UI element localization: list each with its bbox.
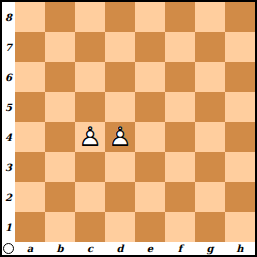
square-c4[interactable]: ♟♙ — [75, 122, 105, 152]
square-a3[interactable] — [15, 152, 45, 182]
rank-labels: 87654321 — [2, 2, 15, 242]
square-d2[interactable] — [105, 182, 135, 212]
file-label-f: f — [165, 242, 195, 255]
square-b2[interactable] — [45, 182, 75, 212]
square-h7[interactable] — [225, 32, 255, 62]
square-a6[interactable] — [15, 62, 45, 92]
square-g8[interactable] — [195, 2, 225, 32]
square-f7[interactable] — [165, 32, 195, 62]
rank-label-6: 6 — [2, 62, 15, 92]
square-b6[interactable] — [45, 62, 75, 92]
square-d5[interactable] — [105, 92, 135, 122]
square-f2[interactable] — [165, 182, 195, 212]
square-d1[interactable] — [105, 212, 135, 242]
board[interactable]: ♟♙♟♙ — [15, 2, 255, 242]
white-pawn[interactable]: ♟♙ — [106, 123, 134, 151]
square-f3[interactable] — [165, 152, 195, 182]
square-f1[interactable] — [165, 212, 195, 242]
white-pawn-outline: ♙ — [106, 123, 134, 151]
square-b5[interactable] — [45, 92, 75, 122]
square-e4[interactable] — [135, 122, 165, 152]
file-label-a: a — [15, 242, 45, 255]
square-c1[interactable] — [75, 212, 105, 242]
square-b7[interactable] — [45, 32, 75, 62]
square-e5[interactable] — [135, 92, 165, 122]
file-label-b: b — [45, 242, 75, 255]
square-f8[interactable] — [165, 2, 195, 32]
rank-label-2: 2 — [2, 182, 15, 212]
square-d7[interactable] — [105, 32, 135, 62]
square-h3[interactable] — [225, 152, 255, 182]
file-label-e: e — [135, 242, 165, 255]
square-f4[interactable] — [165, 122, 195, 152]
square-d4[interactable]: ♟♙ — [105, 122, 135, 152]
rank-label-8: 8 — [2, 2, 15, 32]
file-labels: abcdefgh — [15, 242, 255, 255]
square-h5[interactable] — [225, 92, 255, 122]
chess-diagram: 87654321 ♟♙♟♙ abcdefgh — [0, 0, 257, 257]
square-b4[interactable] — [45, 122, 75, 152]
square-d6[interactable] — [105, 62, 135, 92]
white-to-move-indicator-icon — [3, 243, 14, 254]
rank-label-1: 1 — [2, 212, 15, 242]
square-e7[interactable] — [135, 32, 165, 62]
square-g4[interactable] — [195, 122, 225, 152]
white-pawn[interactable]: ♟♙ — [76, 123, 104, 151]
square-c6[interactable] — [75, 62, 105, 92]
square-a4[interactable] — [15, 122, 45, 152]
square-g2[interactable] — [195, 182, 225, 212]
file-label-c: c — [75, 242, 105, 255]
square-c7[interactable] — [75, 32, 105, 62]
square-h1[interactable] — [225, 212, 255, 242]
square-g6[interactable] — [195, 62, 225, 92]
square-c3[interactable] — [75, 152, 105, 182]
square-b3[interactable] — [45, 152, 75, 182]
square-e8[interactable] — [135, 2, 165, 32]
square-g1[interactable] — [195, 212, 225, 242]
square-f5[interactable] — [165, 92, 195, 122]
square-e3[interactable] — [135, 152, 165, 182]
file-label-g: g — [195, 242, 225, 255]
square-c8[interactable] — [75, 2, 105, 32]
rank-label-3: 3 — [2, 152, 15, 182]
square-e1[interactable] — [135, 212, 165, 242]
rank-label-5: 5 — [2, 92, 15, 122]
square-a5[interactable] — [15, 92, 45, 122]
square-a8[interactable] — [15, 2, 45, 32]
square-a1[interactable] — [15, 212, 45, 242]
square-a7[interactable] — [15, 32, 45, 62]
rank-label-7: 7 — [2, 32, 15, 62]
square-g5[interactable] — [195, 92, 225, 122]
square-b1[interactable] — [45, 212, 75, 242]
white-pawn-outline: ♙ — [76, 123, 104, 151]
square-h4[interactable] — [225, 122, 255, 152]
file-label-d: d — [105, 242, 135, 255]
square-c5[interactable] — [75, 92, 105, 122]
square-a2[interactable] — [15, 182, 45, 212]
square-g7[interactable] — [195, 32, 225, 62]
square-f6[interactable] — [165, 62, 195, 92]
square-h6[interactable] — [225, 62, 255, 92]
square-b8[interactable] — [45, 2, 75, 32]
square-h2[interactable] — [225, 182, 255, 212]
square-h8[interactable] — [225, 2, 255, 32]
square-g3[interactable] — [195, 152, 225, 182]
square-d3[interactable] — [105, 152, 135, 182]
rank-label-4: 4 — [2, 122, 15, 152]
square-e2[interactable] — [135, 182, 165, 212]
file-label-h: h — [225, 242, 255, 255]
square-c2[interactable] — [75, 182, 105, 212]
square-d8[interactable] — [105, 2, 135, 32]
square-e6[interactable] — [135, 62, 165, 92]
